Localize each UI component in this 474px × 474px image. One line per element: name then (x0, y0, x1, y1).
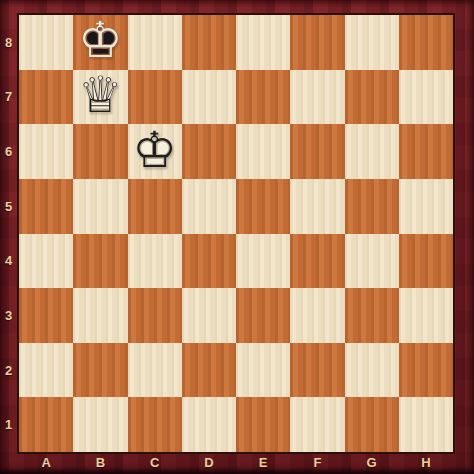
file-label-e: E (236, 453, 290, 471)
square-d1[interactable] (182, 397, 236, 452)
square-e1[interactable] (236, 397, 290, 452)
file-label-c: C (128, 453, 182, 471)
king-glyph-fill: ♚ (132, 125, 177, 175)
square-e8[interactable] (236, 15, 290, 70)
square-d7[interactable] (182, 70, 236, 125)
square-a3[interactable] (19, 288, 73, 343)
file-label-d: D (182, 453, 236, 471)
square-a8[interactable] (19, 15, 73, 70)
rank-label-8: 8 (0, 15, 17, 70)
square-h1[interactable] (399, 397, 453, 452)
square-e5[interactable] (236, 179, 290, 234)
board-border: ♚♔♛♕♚♔ (17, 13, 455, 454)
square-e2[interactable] (236, 343, 290, 398)
square-e3[interactable] (236, 288, 290, 343)
square-a2[interactable] (19, 343, 73, 398)
square-h3[interactable] (399, 288, 453, 343)
king-glyph-fill: ♚ (78, 15, 123, 65)
rank-label-4: 4 (0, 234, 17, 289)
square-g2[interactable] (345, 343, 399, 398)
square-g7[interactable] (345, 70, 399, 125)
square-b6[interactable] (73, 124, 127, 179)
square-b2[interactable] (73, 343, 127, 398)
rank-coordinates: 87654321 (0, 15, 17, 452)
square-c3[interactable] (128, 288, 182, 343)
white-queen[interactable]: ♛♕ (73, 70, 127, 125)
square-f8[interactable] (290, 15, 344, 70)
square-b1[interactable] (73, 397, 127, 452)
square-d2[interactable] (182, 343, 236, 398)
rank-label-6: 6 (0, 124, 17, 179)
square-d6[interactable] (182, 124, 236, 179)
square-h6[interactable] (399, 124, 453, 179)
square-a5[interactable] (19, 179, 73, 234)
square-g5[interactable] (345, 179, 399, 234)
file-label-b: B (73, 453, 127, 471)
square-a1[interactable] (19, 397, 73, 452)
square-c5[interactable] (128, 179, 182, 234)
square-c4[interactable] (128, 234, 182, 289)
square-e7[interactable] (236, 70, 290, 125)
square-g8[interactable] (345, 15, 399, 70)
square-f3[interactable] (290, 288, 344, 343)
square-c1[interactable] (128, 397, 182, 452)
square-f2[interactable] (290, 343, 344, 398)
file-label-a: A (19, 453, 73, 471)
square-d8[interactable] (182, 15, 236, 70)
square-a4[interactable] (19, 234, 73, 289)
square-a6[interactable] (19, 124, 73, 179)
file-label-g: G (345, 453, 399, 471)
square-b3[interactable] (73, 288, 127, 343)
black-king[interactable]: ♚♔ (73, 15, 127, 70)
rank-label-2: 2 (0, 343, 17, 398)
white-king[interactable]: ♚♔ (128, 124, 182, 179)
rank-label-3: 3 (0, 288, 17, 343)
square-e4[interactable] (236, 234, 290, 289)
queen-glyph-outline: ♕ (78, 70, 123, 120)
square-f5[interactable] (290, 179, 344, 234)
square-h2[interactable] (399, 343, 453, 398)
square-c6[interactable]: ♚♔ (128, 124, 182, 179)
square-g1[interactable] (345, 397, 399, 452)
square-b5[interactable] (73, 179, 127, 234)
square-d4[interactable] (182, 234, 236, 289)
file-label-f: F (290, 453, 344, 471)
square-b7[interactable]: ♛♕ (73, 70, 127, 125)
chessboard-frame: 87654321 ♚♔♛♕♚♔ ABCDEFGH (0, 0, 474, 474)
square-h7[interactable] (399, 70, 453, 125)
square-c8[interactable] (128, 15, 182, 70)
chessboard: ♚♔♛♕♚♔ (19, 15, 453, 452)
square-f7[interactable] (290, 70, 344, 125)
square-b4[interactable] (73, 234, 127, 289)
rank-label-1: 1 (0, 397, 17, 452)
square-g6[interactable] (345, 124, 399, 179)
square-f4[interactable] (290, 234, 344, 289)
square-c2[interactable] (128, 343, 182, 398)
square-h5[interactable] (399, 179, 453, 234)
square-g3[interactable] (345, 288, 399, 343)
square-h8[interactable] (399, 15, 453, 70)
rank-label-5: 5 (0, 179, 17, 234)
rank-label-7: 7 (0, 70, 17, 125)
square-f6[interactable] (290, 124, 344, 179)
square-d5[interactable] (182, 179, 236, 234)
square-d3[interactable] (182, 288, 236, 343)
king-glyph-outline: ♔ (132, 125, 177, 175)
file-coordinates: ABCDEFGH (19, 453, 453, 471)
square-h4[interactable] (399, 234, 453, 289)
square-g4[interactable] (345, 234, 399, 289)
square-e6[interactable] (236, 124, 290, 179)
square-c7[interactable] (128, 70, 182, 125)
king-glyph-outline: ♔ (78, 15, 123, 65)
square-f1[interactable] (290, 397, 344, 452)
square-b8[interactable]: ♚♔ (73, 15, 127, 70)
file-label-h: H (399, 453, 453, 471)
square-a7[interactable] (19, 70, 73, 125)
queen-glyph-fill: ♛ (78, 70, 123, 120)
